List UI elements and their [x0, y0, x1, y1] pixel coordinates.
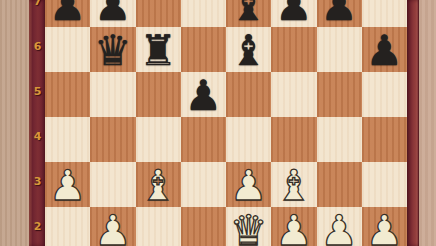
black-bishop[interactable]: ♝ — [230, 28, 268, 73]
black-pawn[interactable]: ♟ — [275, 0, 313, 28]
square-e6[interactable]: ♝ — [226, 27, 271, 72]
square-b4[interactable] — [90, 117, 135, 162]
rank-label-2: 2 — [30, 220, 45, 233]
rank-label-6: 6 — [30, 40, 45, 53]
white-pawn[interactable]: ♟ — [320, 208, 358, 246]
square-h2[interactable]: ♟ — [362, 207, 407, 246]
white-bishop[interactable]: ♝ — [139, 163, 177, 208]
square-c3[interactable]: ♝ — [136, 162, 181, 207]
square-g3[interactable] — [317, 162, 362, 207]
square-c5[interactable] — [136, 72, 181, 117]
rank-label-4: 4 — [30, 130, 45, 143]
square-h3[interactable] — [362, 162, 407, 207]
square-d6[interactable] — [181, 27, 226, 72]
square-e7[interactable]: ♝ — [226, 0, 271, 27]
square-d2[interactable] — [181, 207, 226, 246]
square-d4[interactable] — [181, 117, 226, 162]
square-a3[interactable]: ♟ — [45, 162, 90, 207]
board-frame-left — [29, 0, 45, 246]
square-f7[interactable]: ♟ — [271, 0, 316, 27]
square-d3[interactable] — [181, 162, 226, 207]
square-a2[interactable] — [45, 207, 90, 246]
square-b3[interactable] — [90, 162, 135, 207]
square-a6[interactable] — [45, 27, 90, 72]
white-pawn[interactable]: ♟ — [366, 208, 404, 246]
square-e3[interactable]: ♟ — [226, 162, 271, 207]
wood-background-right — [419, 0, 436, 246]
rank-label-3: 3 — [30, 175, 45, 188]
square-f6[interactable] — [271, 27, 316, 72]
black-pawn[interactable]: ♟ — [49, 0, 87, 28]
square-f2[interactable]: ♟ — [271, 207, 316, 246]
square-b6[interactable]: ♛ — [90, 27, 135, 72]
square-c4[interactable] — [136, 117, 181, 162]
square-g2[interactable]: ♟ — [317, 207, 362, 246]
square-c2[interactable] — [136, 207, 181, 246]
square-h4[interactable] — [362, 117, 407, 162]
square-f3[interactable]: ♝ — [271, 162, 316, 207]
square-b7[interactable]: ♟ — [90, 0, 135, 27]
square-d7[interactable] — [181, 0, 226, 27]
square-g7[interactable]: ♟ — [317, 0, 362, 27]
square-e4[interactable] — [226, 117, 271, 162]
square-c6[interactable]: ♜ — [136, 27, 181, 72]
square-e5[interactable] — [226, 72, 271, 117]
square-h5[interactable] — [362, 72, 407, 117]
white-pawn[interactable]: ♟ — [94, 208, 132, 246]
black-bishop[interactable]: ♝ — [230, 0, 268, 28]
wood-background-left — [0, 0, 29, 246]
square-f4[interactable] — [271, 117, 316, 162]
square-d5[interactable]: ♟ — [181, 72, 226, 117]
chess-app-viewport: ♟♟♝♟♟♛♜♝♟♟♟♝♟♝♟♛♟♟♟ 765432 — [0, 0, 436, 246]
white-queen[interactable]: ♛ — [230, 208, 268, 246]
white-bishop[interactable]: ♝ — [275, 163, 313, 208]
square-h6[interactable]: ♟ — [362, 27, 407, 72]
black-pawn[interactable]: ♟ — [366, 28, 404, 73]
square-c7[interactable] — [136, 0, 181, 27]
square-b2[interactable]: ♟ — [90, 207, 135, 246]
rank-label-7: 7 — [30, 0, 45, 8]
square-e2[interactable]: ♛ — [226, 207, 271, 246]
square-g5[interactable] — [317, 72, 362, 117]
square-g6[interactable] — [317, 27, 362, 72]
rank-label-5: 5 — [30, 85, 45, 98]
black-pawn[interactable]: ♟ — [185, 73, 223, 118]
black-pawn[interactable]: ♟ — [94, 0, 132, 28]
black-queen[interactable]: ♛ — [94, 28, 132, 73]
black-pawn[interactable]: ♟ — [320, 0, 358, 28]
square-a4[interactable] — [45, 117, 90, 162]
white-pawn[interactable]: ♟ — [49, 163, 87, 208]
square-b5[interactable] — [90, 72, 135, 117]
board-frame-right — [407, 0, 419, 246]
square-f5[interactable] — [271, 72, 316, 117]
black-rook[interactable]: ♜ — [139, 28, 177, 73]
white-pawn[interactable]: ♟ — [275, 208, 313, 246]
white-pawn[interactable]: ♟ — [230, 163, 268, 208]
chess-board: ♟♟♝♟♟♛♜♝♟♟♟♝♟♝♟♛♟♟♟ — [45, 0, 407, 246]
square-a7[interactable]: ♟ — [45, 0, 90, 27]
square-h7[interactable] — [362, 0, 407, 27]
square-a5[interactable] — [45, 72, 90, 117]
square-g4[interactable] — [317, 117, 362, 162]
